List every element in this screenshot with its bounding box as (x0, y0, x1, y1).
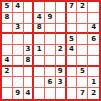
sudoku-cell-r5c6[interactable]: 2 (56, 45, 67, 56)
sudoku-cell-r6c3[interactable]: 8 (24, 56, 35, 67)
sudoku-cell-r2c7[interactable] (67, 13, 78, 24)
sudoku-cell-r5c1[interactable] (2, 45, 13, 56)
sudoku-cell-r6c5[interactable] (45, 56, 56, 67)
sudoku-cell-r3c8[interactable] (77, 24, 88, 35)
sudoku-cell-r6c8[interactable] (77, 56, 88, 67)
sudoku-cell-r8c6[interactable]: 3 (56, 77, 67, 88)
sudoku-board: 5472849384563124482956319472 (0, 0, 101, 101)
sudoku-cell-r1c9[interactable] (88, 2, 99, 13)
sudoku-cell-r9c1[interactable] (2, 88, 13, 99)
sudoku-cell-r2c8[interactable] (77, 13, 88, 24)
sudoku-cell-r5c9[interactable] (88, 45, 99, 56)
sudoku-cell-r4c7[interactable]: 5 (67, 34, 78, 45)
sudoku-cell-r1c4[interactable] (34, 2, 45, 13)
sudoku-cell-r3c7[interactable] (67, 24, 78, 35)
sudoku-cell-r5c5[interactable] (45, 45, 56, 56)
sudoku-cell-r9c9[interactable]: 2 (88, 88, 99, 99)
sudoku-cell-r8c4[interactable] (34, 77, 45, 88)
sudoku-cell-r3c5[interactable] (45, 24, 56, 35)
sudoku-cell-r4c1[interactable] (2, 34, 13, 45)
sudoku-cell-r7c1[interactable]: 2 (2, 67, 13, 78)
sudoku-cell-r8c9[interactable]: 1 (88, 77, 99, 88)
sudoku-cell-r9c4[interactable] (34, 88, 45, 99)
sudoku-cell-r5c2[interactable] (13, 45, 24, 56)
sudoku-cell-r2c9[interactable] (88, 13, 99, 24)
sudoku-cell-r6c4[interactable] (34, 56, 45, 67)
sudoku-cell-r4c4[interactable] (34, 34, 45, 45)
sudoku-cell-r6c6[interactable] (56, 56, 67, 67)
sudoku-cell-r2c5[interactable]: 9 (45, 13, 56, 24)
sudoku-cell-r2c6[interactable] (56, 13, 67, 24)
sudoku-cell-r4c8[interactable] (77, 34, 88, 45)
sudoku-cell-r8c2[interactable] (13, 77, 24, 88)
sudoku-cell-r7c2[interactable] (13, 67, 24, 78)
sudoku-cell-r5c4[interactable]: 1 (34, 45, 45, 56)
sudoku-cell-r6c1[interactable]: 4 (2, 56, 13, 67)
sudoku-cell-r8c3[interactable] (24, 77, 35, 88)
sudoku-cell-r7c9[interactable] (88, 67, 99, 78)
sudoku-cell-r7c5[interactable] (45, 67, 56, 78)
sudoku-cell-r1c5[interactable] (45, 2, 56, 13)
sudoku-cell-r3c6[interactable] (56, 24, 67, 35)
sudoku-cell-r1c6[interactable] (56, 2, 67, 13)
sudoku-cell-r4c2[interactable] (13, 34, 24, 45)
sudoku-cell-r5c7[interactable]: 4 (67, 45, 78, 56)
sudoku-cell-r3c3[interactable] (24, 24, 35, 35)
sudoku-cell-r3c1[interactable] (2, 24, 13, 35)
sudoku-cell-r7c3[interactable] (24, 67, 35, 78)
sudoku-cell-r9c7[interactable] (67, 88, 78, 99)
sudoku-cell-r8c7[interactable] (67, 77, 78, 88)
sudoku-cell-r1c7[interactable]: 7 (67, 2, 78, 13)
sudoku-cell-r7c8[interactable]: 5 (77, 67, 88, 78)
sudoku-cell-r9c2[interactable]: 9 (13, 88, 24, 99)
sudoku-cell-r8c1[interactable] (2, 77, 13, 88)
sudoku-cell-r7c4[interactable] (34, 67, 45, 78)
sudoku-cell-r5c8[interactable] (77, 45, 88, 56)
sudoku-cell-r2c1[interactable]: 8 (2, 13, 13, 24)
sudoku-cell-r8c8[interactable] (77, 77, 88, 88)
sudoku-cell-r1c1[interactable]: 5 (2, 2, 13, 13)
sudoku-cell-r2c3[interactable] (24, 13, 35, 24)
sudoku-cell-r6c7[interactable] (67, 56, 78, 67)
sudoku-cell-r7c7[interactable] (67, 67, 78, 78)
sudoku-cell-r9c3[interactable]: 4 (24, 88, 35, 99)
sudoku-cell-r5c3[interactable]: 3 (24, 45, 35, 56)
sudoku-cell-r1c2[interactable]: 4 (13, 2, 24, 13)
sudoku-cell-r4c5[interactable] (45, 34, 56, 45)
sudoku-cell-r9c6[interactable] (56, 88, 67, 99)
sudoku-cell-r3c4[interactable]: 8 (34, 24, 45, 35)
sudoku-cell-r4c3[interactable] (24, 34, 35, 45)
sudoku-cell-r4c6[interactable] (56, 34, 67, 45)
sudoku-cell-r2c4[interactable]: 4 (34, 13, 45, 24)
sudoku-cell-r4c9[interactable]: 6 (88, 34, 99, 45)
sudoku-cell-r3c2[interactable]: 3 (13, 24, 24, 35)
sudoku-cell-r9c8[interactable]: 7 (77, 88, 88, 99)
sudoku-cell-r1c3[interactable] (24, 2, 35, 13)
sudoku-cell-r9c5[interactable] (45, 88, 56, 99)
sudoku-cell-r3c9[interactable]: 4 (88, 24, 99, 35)
sudoku-cell-r8c5[interactable]: 6 (45, 77, 56, 88)
sudoku-cell-r6c2[interactable] (13, 56, 24, 67)
sudoku-cell-r2c2[interactable] (13, 13, 24, 24)
sudoku-cell-r6c9[interactable] (88, 56, 99, 67)
sudoku-cell-r1c8[interactable]: 2 (77, 2, 88, 13)
sudoku-cell-r7c6[interactable]: 9 (56, 67, 67, 78)
